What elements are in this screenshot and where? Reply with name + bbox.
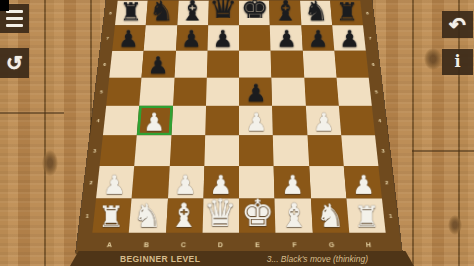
rank-label-2: 2 — [85, 166, 98, 198]
wood-seam — [0, 112, 64, 114]
square-d8[interactable]: ♛ — [208, 1, 239, 26]
square-b6[interactable]: ♟ — [142, 51, 176, 78]
white-pawn-h2[interactable]: ♟ — [352, 172, 375, 198]
square-a5[interactable] — [106, 78, 142, 106]
square-a7[interactable]: ♟ — [112, 25, 146, 51]
chess-board: ♜♞♝♛♚♝♞♜♟♟♟♟♟♟♟♟♟♟♟♟♟♟♟♟♜♞♝♛♚♝♞♜ ABCDEFG… — [76, 0, 402, 254]
restart-button[interactable]: ↺ — [0, 48, 29, 78]
square-g3[interactable] — [307, 135, 344, 166]
file-label-f: F — [276, 241, 313, 248]
white-pawn-c2[interactable]: ♟ — [174, 172, 197, 198]
white-rook-a1[interactable]: ♜ — [98, 202, 124, 232]
square-c1[interactable]: ♝ — [166, 199, 204, 233]
square-b5[interactable] — [139, 78, 174, 106]
square-f4[interactable] — [272, 106, 307, 135]
square-g6[interactable] — [302, 51, 336, 78]
white-bishop-c1[interactable]: ♝ — [169, 198, 199, 231]
square-c2[interactable]: ♟ — [168, 166, 205, 198]
black-rook-a8[interactable]: ♜ — [119, 0, 141, 24]
white-pawn-a2[interactable]: ♟ — [102, 172, 125, 198]
wood-seam — [412, 150, 474, 152]
file-label-h: H — [350, 241, 388, 248]
square-f5[interactable] — [271, 78, 305, 106]
screen-corner-cutout — [0, 0, 9, 11]
black-knight-g8[interactable]: ♞ — [304, 0, 329, 24]
square-g4[interactable]: ♟ — [305, 106, 341, 135]
white-pawn-e4[interactable]: ♟ — [245, 110, 267, 135]
square-h4[interactable] — [339, 106, 375, 135]
square-b2[interactable] — [132, 166, 170, 198]
square-g1[interactable]: ♞ — [310, 199, 349, 233]
black-rook-h8[interactable]: ♜ — [336, 0, 358, 24]
black-pawn-d7[interactable]: ♟ — [213, 27, 234, 50]
black-queen-d8[interactable]: ♛ — [209, 0, 237, 24]
square-e7[interactable] — [239, 25, 271, 51]
wood-knot — [448, 215, 462, 235]
square-c7[interactable]: ♟ — [176, 25, 208, 51]
rank-label-3: 3 — [377, 135, 390, 166]
square-h5[interactable] — [336, 78, 372, 106]
black-knight-b8[interactable]: ♞ — [149, 0, 174, 24]
square-f2[interactable]: ♟ — [274, 166, 311, 198]
file-label-e: E — [239, 241, 276, 248]
white-pawn-g4[interactable]: ♟ — [313, 110, 335, 135]
rank-label-8: 8 — [362, 1, 373, 26]
square-h6[interactable] — [334, 51, 369, 78]
square-d4[interactable] — [205, 106, 239, 135]
square-d6[interactable] — [207, 51, 239, 78]
square-a6[interactable] — [109, 51, 144, 78]
undo-arrow-icon: ↶ — [449, 15, 466, 35]
square-f3[interactable] — [273, 135, 309, 166]
square-g2[interactable] — [309, 166, 347, 198]
black-pawn-b6[interactable]: ♟ — [147, 53, 168, 76]
square-f8[interactable]: ♝ — [269, 1, 301, 26]
square-f7[interactable]: ♟ — [270, 25, 302, 51]
file-labels: ABCDEFGH — [91, 241, 388, 248]
rank-label-7: 7 — [365, 25, 376, 51]
rank-label-5: 5 — [370, 78, 382, 106]
file-label-c: C — [165, 241, 202, 248]
file-label-b: B — [128, 241, 165, 248]
square-g8[interactable]: ♞ — [300, 1, 332, 26]
status-bar: BEGINNER LEVEL 3... Black's move (thinki… — [70, 251, 414, 266]
square-c8[interactable]: ♝ — [177, 1, 209, 26]
square-a4[interactable] — [103, 106, 139, 135]
file-label-d: D — [202, 241, 239, 248]
wood-knot — [42, 150, 58, 176]
black-bishop-f8[interactable]: ♝ — [273, 0, 298, 24]
square-h7[interactable]: ♟ — [332, 25, 366, 51]
white-knight-g1[interactable]: ♞ — [316, 199, 345, 231]
info-button[interactable]: i — [442, 49, 473, 75]
black-pawn-c7[interactable]: ♟ — [181, 27, 202, 50]
black-pawn-h7[interactable]: ♟ — [340, 27, 361, 50]
square-g5[interactable] — [304, 78, 339, 106]
black-bishop-c8[interactable]: ♝ — [180, 0, 205, 24]
square-d3[interactable] — [204, 135, 239, 166]
app-window: ♜♞♝♛♚♝♞♜♟♟♟♟♟♟♟♟♟♟♟♟♟♟♟♟♜♞♝♛♚♝♞♜ ABCDEFG… — [0, 0, 474, 266]
file-label-g: G — [313, 241, 350, 248]
square-b7[interactable] — [144, 25, 177, 51]
square-d5[interactable] — [206, 78, 239, 106]
square-a1[interactable]: ♜ — [92, 199, 131, 233]
square-h3[interactable] — [341, 135, 378, 166]
black-pawn-a7[interactable]: ♟ — [118, 27, 139, 50]
restart-icon: ↺ — [6, 53, 23, 73]
rank-label-4: 4 — [374, 106, 386, 135]
wood-knot — [424, 48, 442, 70]
square-c3[interactable] — [169, 135, 205, 166]
square-g7[interactable]: ♟ — [301, 25, 334, 51]
white-pawn-b4[interactable]: ♟ — [143, 110, 165, 135]
square-e6[interactable] — [239, 51, 271, 78]
white-king-e1[interactable]: ♚ — [241, 194, 275, 231]
square-a2[interactable]: ♟ — [96, 166, 134, 198]
black-pawn-e5[interactable]: ♟ — [245, 81, 267, 105]
square-b1[interactable]: ♞ — [129, 199, 168, 233]
square-b4[interactable]: ♟ — [137, 106, 173, 135]
white-rook-h1[interactable]: ♜ — [354, 202, 380, 232]
info-icon: i — [454, 54, 460, 70]
square-a3[interactable] — [100, 135, 137, 166]
square-b8[interactable]: ♞ — [146, 1, 178, 26]
square-e5[interactable]: ♟ — [239, 78, 272, 106]
square-h1[interactable]: ♜ — [346, 199, 385, 233]
square-a8[interactable]: ♜ — [115, 1, 148, 26]
square-h2[interactable]: ♟ — [344, 166, 382, 198]
square-c5[interactable] — [173, 78, 207, 106]
rank-label-2: 2 — [380, 166, 393, 198]
black-pawn-g7[interactable]: ♟ — [308, 27, 329, 50]
square-h8[interactable]: ♜ — [330, 1, 363, 26]
square-e4[interactable]: ♟ — [239, 106, 273, 135]
white-knight-b1[interactable]: ♞ — [133, 199, 162, 231]
board-scene: ♜♞♝♛♚♝♞♜♟♟♟♟♟♟♟♟♟♟♟♟♟♟♟♟♜♞♝♛♚♝♞♜ ABCDEFG… — [66, 0, 412, 266]
board-grid: ♜♞♝♛♚♝♞♜♟♟♟♟♟♟♟♟♟♟♟♟♟♟♟♟♜♞♝♛♚♝♞♜ — [92, 1, 385, 233]
white-queen-d1[interactable]: ♛ — [204, 194, 238, 231]
square-c6[interactable] — [174, 51, 207, 78]
hamburger-icon — [6, 8, 23, 29]
square-e8[interactable]: ♚ — [239, 1, 270, 26]
square-f1[interactable]: ♝ — [275, 199, 313, 233]
square-c4[interactable] — [171, 106, 206, 135]
level-label: BEGINNER LEVEL — [120, 254, 200, 264]
white-pawn-f2[interactable]: ♟ — [281, 172, 304, 198]
file-label-a: A — [91, 241, 129, 248]
white-bishop-f1[interactable]: ♝ — [279, 198, 309, 231]
undo-button[interactable]: ↶ — [442, 11, 473, 38]
square-d1[interactable]: ♛ — [202, 199, 239, 233]
square-e3[interactable] — [239, 135, 274, 166]
square-b3[interactable] — [134, 135, 171, 166]
square-f6[interactable] — [271, 51, 304, 78]
move-status: 3... Black's move (thinking) — [267, 254, 368, 264]
black-king-e8[interactable]: ♚ — [240, 0, 268, 24]
rank-label-1: 1 — [384, 199, 398, 233]
square-e1[interactable]: ♚ — [239, 199, 276, 233]
rank-label-6: 6 — [368, 51, 380, 78]
black-pawn-f7[interactable]: ♟ — [276, 27, 297, 50]
square-d7[interactable]: ♟ — [207, 25, 239, 51]
